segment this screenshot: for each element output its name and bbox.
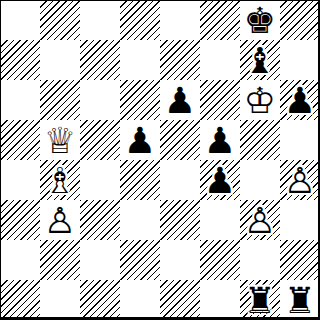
square-d3[interactable] xyxy=(120,200,160,240)
square-f3[interactable] xyxy=(200,200,240,240)
square-c6[interactable] xyxy=(80,80,120,120)
square-b4[interactable]: ♝♗ xyxy=(40,160,80,200)
square-a1[interactable] xyxy=(0,280,40,320)
square-e5[interactable] xyxy=(160,120,200,160)
black-rook-glyph: ♜ xyxy=(240,280,280,320)
black-rook-glyph: ♜ xyxy=(280,280,320,320)
square-a8[interactable] xyxy=(0,0,40,40)
square-g8[interactable]: ♚♚ xyxy=(240,0,280,40)
square-g5[interactable] xyxy=(240,120,280,160)
square-f8[interactable] xyxy=(200,0,240,40)
white-king-glyph: ♔ xyxy=(240,80,280,120)
square-g4[interactable] xyxy=(240,160,280,200)
black-rook[interactable]: ♜♜ xyxy=(280,280,320,320)
square-d6[interactable] xyxy=(120,80,160,120)
square-b3[interactable]: ♟♙ xyxy=(40,200,80,240)
square-e4[interactable] xyxy=(160,160,200,200)
square-d8[interactable] xyxy=(120,0,160,40)
square-h3[interactable] xyxy=(280,200,320,240)
square-b2[interactable] xyxy=(40,240,80,280)
square-e1[interactable] xyxy=(160,280,200,320)
square-d4[interactable] xyxy=(120,160,160,200)
square-b8[interactable] xyxy=(40,0,80,40)
square-e6[interactable]: ♟♟ xyxy=(160,80,200,120)
black-rook[interactable]: ♜♜ xyxy=(240,280,280,320)
square-b5[interactable]: ♛♕ xyxy=(40,120,80,160)
square-a6[interactable] xyxy=(0,80,40,120)
black-pawn-glyph: ♟ xyxy=(200,120,240,160)
square-h4[interactable]: ♟♙ xyxy=(280,160,320,200)
black-pawn[interactable]: ♟♟ xyxy=(120,120,160,160)
square-h5[interactable] xyxy=(280,120,320,160)
square-c2[interactable] xyxy=(80,240,120,280)
white-pawn[interactable]: ♟♙ xyxy=(240,200,280,240)
square-a5[interactable] xyxy=(0,120,40,160)
square-e7[interactable] xyxy=(160,40,200,80)
square-f6[interactable] xyxy=(200,80,240,120)
black-pawn[interactable]: ♟♟ xyxy=(200,120,240,160)
square-h8[interactable] xyxy=(280,0,320,40)
white-bishop[interactable]: ♝♗ xyxy=(40,160,80,200)
square-c3[interactable] xyxy=(80,200,120,240)
white-pawn[interactable]: ♟♙ xyxy=(40,200,80,240)
black-king-glyph: ♚ xyxy=(240,0,280,40)
square-c5[interactable] xyxy=(80,120,120,160)
square-f5[interactable]: ♟♟ xyxy=(200,120,240,160)
white-bishop-glyph: ♗ xyxy=(40,160,80,200)
square-c8[interactable] xyxy=(80,0,120,40)
square-f4[interactable]: ♟♟ xyxy=(200,160,240,200)
square-d1[interactable] xyxy=(120,280,160,320)
square-d7[interactable] xyxy=(120,40,160,80)
square-f2[interactable] xyxy=(200,240,240,280)
black-bishop-glyph: ♝ xyxy=(240,40,280,80)
white-pawn-glyph: ♙ xyxy=(280,160,320,200)
chess-board: ♚♚♝♝♟♟♚♔♟♟♛♕♟♟♟♟♝♗♟♟♟♙♟♙♟♙♜♜♜♜ xyxy=(0,0,320,320)
square-e2[interactable] xyxy=(160,240,200,280)
square-g2[interactable] xyxy=(240,240,280,280)
square-g1[interactable]: ♜♜ xyxy=(240,280,280,320)
black-pawn-glyph: ♟ xyxy=(200,160,240,200)
white-pawn-glyph: ♙ xyxy=(240,200,280,240)
white-queen[interactable]: ♛♕ xyxy=(40,120,80,160)
black-pawn[interactable]: ♟♟ xyxy=(160,80,200,120)
white-king[interactable]: ♚♔ xyxy=(240,80,280,120)
square-g7[interactable]: ♝♝ xyxy=(240,40,280,80)
white-queen-glyph: ♕ xyxy=(40,120,80,160)
square-a7[interactable] xyxy=(0,40,40,80)
square-g3[interactable]: ♟♙ xyxy=(240,200,280,240)
square-h7[interactable] xyxy=(280,40,320,80)
square-f1[interactable] xyxy=(200,280,240,320)
square-h1[interactable]: ♜♜ xyxy=(280,280,320,320)
square-g6[interactable]: ♚♔ xyxy=(240,80,280,120)
square-b7[interactable] xyxy=(40,40,80,80)
square-f7[interactable] xyxy=(200,40,240,80)
square-a2[interactable] xyxy=(0,240,40,280)
square-e8[interactable] xyxy=(160,0,200,40)
square-b1[interactable] xyxy=(40,280,80,320)
square-b6[interactable] xyxy=(40,80,80,120)
square-d5[interactable]: ♟♟ xyxy=(120,120,160,160)
black-pawn[interactable]: ♟♟ xyxy=(280,80,320,120)
white-pawn-glyph: ♙ xyxy=(40,200,80,240)
square-h6[interactable]: ♟♟ xyxy=(280,80,320,120)
square-c1[interactable] xyxy=(80,280,120,320)
square-a3[interactable] xyxy=(0,200,40,240)
black-king[interactable]: ♚♚ xyxy=(240,0,280,40)
black-bishop[interactable]: ♝♝ xyxy=(240,40,280,80)
square-c4[interactable] xyxy=(80,160,120,200)
square-d2[interactable] xyxy=(120,240,160,280)
black-pawn-glyph: ♟ xyxy=(160,80,200,120)
square-e3[interactable] xyxy=(160,200,200,240)
black-pawn-glyph: ♟ xyxy=(280,80,320,120)
white-pawn[interactable]: ♟♙ xyxy=(280,160,320,200)
black-pawn-glyph: ♟ xyxy=(120,120,160,160)
square-c7[interactable] xyxy=(80,40,120,80)
black-pawn[interactable]: ♟♟ xyxy=(200,160,240,200)
square-a4[interactable] xyxy=(0,160,40,200)
square-h2[interactable] xyxy=(280,240,320,280)
